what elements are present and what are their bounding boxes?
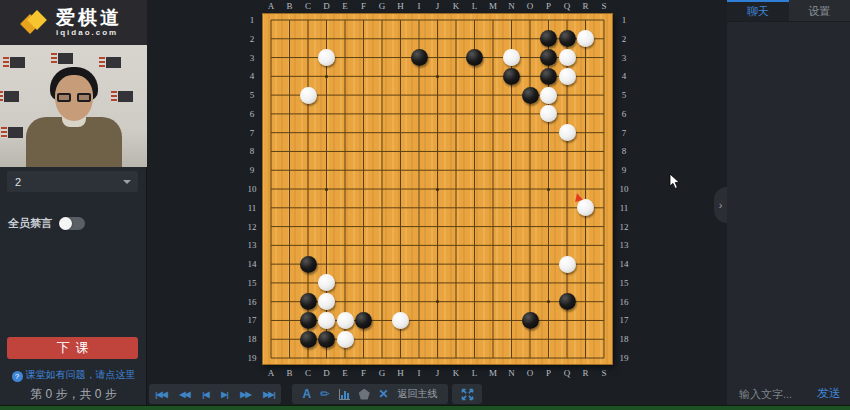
coord-row-left: 15 [244,278,260,288]
pentagon-shape-icon [359,389,370,400]
coord-col-top: P [541,1,557,11]
coord-row-right: 9 [616,165,632,175]
coord-row-right: 18 [616,334,632,344]
go-stone-black-D18 [318,331,335,348]
go-stone-black-P3 [540,49,557,66]
step-forward-button[interactable]: ▶| [221,390,227,399]
coord-col-top: L [467,1,483,11]
go-stone-black-C18 [300,331,317,348]
go-stone-black-F17 [355,312,372,329]
coord-col-top: M [485,1,501,11]
coord-col-bottom: H [393,368,409,378]
star-point [325,75,328,78]
brand-header: 爱棋道 iqidao.com [0,0,147,45]
go-stone-white-C5 [300,87,317,104]
person-glasses [57,93,91,102]
coord-col-top: F [356,1,372,11]
coord-col-top: K [448,1,464,11]
coord-col-top: G [374,1,390,11]
backdrop-logo-mark [10,57,25,68]
go-stone-white-Q7 [559,124,576,141]
go-stone-black-P4 [540,68,557,85]
coord-col-top: C [300,1,316,11]
go-stone-white-Q3 [559,49,576,66]
brand-name: 爱棋道 [56,8,122,28]
coord-row-left: 13 [244,240,260,250]
coord-row-right: 7 [616,128,632,138]
tab-chat[interactable]: 聊天 [727,0,789,21]
coord-row-right: 16 [616,297,632,307]
coord-row-left: 5 [244,90,260,100]
send-button[interactable]: 发送 [817,385,841,402]
star-point [325,188,328,191]
go-stone-black-Q16 [559,293,576,310]
backdrop-logo-mark [58,53,73,64]
coord-col-bottom: J [430,368,446,378]
coord-col-bottom: S [596,368,612,378]
coord-row-right: 17 [616,315,632,325]
teacher-webcam-video [0,45,147,167]
coord-row-right: 11 [616,203,632,213]
coord-col-top: B [282,1,298,11]
fast-forward-button[interactable]: ▶▶ [240,390,250,399]
coord-col-bottom: O [522,368,538,378]
mute-all-label: 全员禁言 [8,216,52,231]
coord-col-bottom: M [485,368,501,378]
coord-row-right: 14 [616,259,632,269]
text-annotation-tool[interactable]: A [302,387,311,401]
bar-chart-icon [339,389,350,400]
coord-col-bottom: A [263,368,279,378]
go-stone-white-P5 [540,87,557,104]
brand-domain: iqidao.com [56,28,122,37]
go-stone-black-L3 [466,49,483,66]
go-stone-white-H17 [392,312,409,329]
brush-tool[interactable]: ✏ [320,387,330,401]
fast-rewind-button[interactable]: ◀◀ [179,390,189,399]
return-mainline-button[interactable]: 返回主线 [398,387,438,401]
go-stone-white-Q14 [559,256,576,273]
coord-row-left: 11 [244,203,260,213]
help-text: 课堂如有问题，请点这里 [26,369,136,380]
coord-col-top: E [337,1,353,11]
coord-row-left: 3 [244,53,260,63]
coord-col-top: S [596,1,612,11]
go-stone-black-O5 [522,87,539,104]
go-stone-black-Q2 [559,30,576,47]
coord-row-right: 15 [616,278,632,288]
go-stone-white-D17 [318,312,335,329]
coord-row-left: 10 [244,184,260,194]
go-stone-black-I3 [411,49,428,66]
coord-row-right: 12 [616,222,632,232]
bottom-green-strip [0,405,850,410]
coord-row-right: 8 [616,146,632,156]
coord-row-left: 9 [244,165,260,175]
mouse-cursor [669,173,681,194]
coord-col-top: J [430,1,446,11]
board-stage: AABBCCDDEEFFGGHHIIJJKKLLMMNNOOPPQQRRSS11… [147,0,727,410]
coord-col-top: Q [559,1,575,11]
move-steps-status: 第 0 步，共 0 步 [0,386,147,403]
go-stone-black-O17 [522,312,539,329]
go-stone-black-N4 [503,68,520,85]
shape-tool[interactable] [359,389,370,400]
go-stone-black-C14 [300,256,317,273]
coord-row-left: 17 [244,315,260,325]
coord-col-bottom: R [578,368,594,378]
iqidao-classroom-window: 爱棋道 iqidao.com 2 全员禁言 下课 ?课堂如有问题，请点这里 第 … [0,0,850,410]
star-point [436,188,439,191]
coord-row-right: 1 [616,15,632,25]
coord-row-left: 12 [244,222,260,232]
chevron-right-icon: › [719,199,723,211]
expand-arrows-icon [461,388,474,401]
fullscreen-button[interactable] [452,384,482,404]
coord-col-top: O [522,1,538,11]
coord-row-right: 5 [616,90,632,100]
coord-row-left: 1 [244,15,260,25]
go-stone-white-E18 [337,331,354,348]
coord-col-top: N [504,1,520,11]
iqidao-logo-icon [22,10,48,36]
coord-col-bottom: I [411,368,427,378]
jump-to-start-button[interactable]: |◀◀ [155,390,167,399]
star-point [436,75,439,78]
go-board[interactable] [262,13,613,365]
coord-col-bottom: Q [559,368,575,378]
coord-col-top: H [393,1,409,11]
chat-tabbar: 聊天设置 [727,0,850,22]
coord-row-right: 19 [616,353,632,363]
coord-col-top: D [319,1,335,11]
mute-all-toggle[interactable] [59,217,85,230]
coord-row-left: 2 [244,34,260,44]
go-stone-black-C16 [300,293,317,310]
jump-to-end-button[interactable]: ▶▶| [263,390,275,399]
chat-message-input[interactable] [739,388,817,400]
help-link[interactable]: ?课堂如有问题，请点这里 [0,368,147,382]
coord-row-left: 19 [244,353,260,363]
coord-row-right: 2 [616,34,632,44]
backdrop-logo-mark [4,91,19,102]
chat-panel: 聊天设置 › 发送 [727,0,850,410]
coord-row-right: 6 [616,109,632,119]
coord-col-top: I [411,1,427,11]
backdrop-logo-mark [106,57,121,68]
go-stone-black-C17 [300,312,317,329]
coord-row-left: 4 [244,71,260,81]
coord-col-bottom: C [300,368,316,378]
toggle-knob [59,217,72,230]
coord-row-left: 14 [244,259,260,269]
coord-col-bottom: G [374,368,390,378]
star-point [547,188,550,191]
end-class-button[interactable]: 下课 [7,337,138,359]
sidebar: 爱棋道 iqidao.com 2 全员禁言 下课 ?课堂如有问题，请点这里 第 … [0,0,147,410]
annotation-toolbar: A✏✕返回主线 [292,384,448,404]
coord-col-bottom: B [282,368,298,378]
coord-row-right: 13 [616,240,632,250]
chevron-down-icon [123,180,131,184]
coord-col-top: A [263,1,279,11]
coord-row-left: 18 [244,334,260,344]
coord-col-bottom: K [448,368,464,378]
dropdown-value: 2 [15,176,21,188]
question-circle-icon: ? [12,371,23,382]
collapse-panel-handle[interactable]: › [714,187,727,223]
clear-marks-button[interactable]: ✕ [379,387,389,401]
coord-row-left: 16 [244,297,260,307]
tab-settings[interactable]: 设置 [789,0,850,21]
go-stone-white-Q4 [559,68,576,85]
playback-controls: |◀◀◀◀|◀▶|▶▶▶▶| [149,384,281,404]
coord-col-bottom: F [356,368,372,378]
coord-row-left: 7 [244,128,260,138]
coord-row-left: 8 [244,146,260,156]
go-stone-white-N3 [503,49,520,66]
coord-col-bottom: E [337,368,353,378]
coord-col-top: R [578,1,594,11]
go-stone-white-E17 [337,312,354,329]
coord-col-bottom: P [541,368,557,378]
step-back-button[interactable]: |◀ [202,390,208,399]
coord-row-right: 10 [616,184,632,194]
coord-row-right: 3 [616,53,632,63]
go-stone-white-D3 [318,49,335,66]
last-move-marker [573,192,583,202]
coord-row-right: 4 [616,71,632,81]
coord-col-bottom: L [467,368,483,378]
board-select-dropdown[interactable]: 2 [7,171,138,192]
backdrop-logo-mark [118,91,133,102]
chat-input-row: 发送 [727,382,850,405]
backdrop-logo-mark [8,127,23,138]
coord-col-bottom: D [319,368,335,378]
chart-tool[interactable] [339,389,350,400]
coord-row-left: 6 [244,109,260,119]
coord-col-bottom: N [504,368,520,378]
